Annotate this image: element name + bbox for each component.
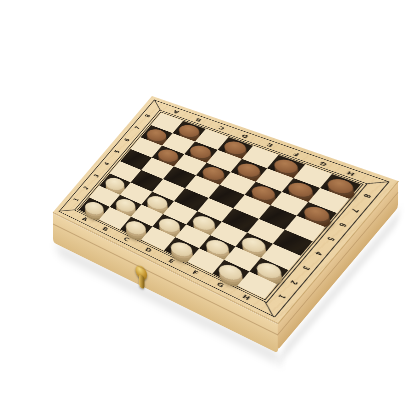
product-photo-scene: ABCDEFGH ABCDEFGH 87654321 87654321: [0, 0, 416, 416]
brass-clasp-icon: [135, 263, 147, 282]
checkers-board: ABCDEFGH ABCDEFGH 87654321 87654321: [53, 96, 399, 324]
